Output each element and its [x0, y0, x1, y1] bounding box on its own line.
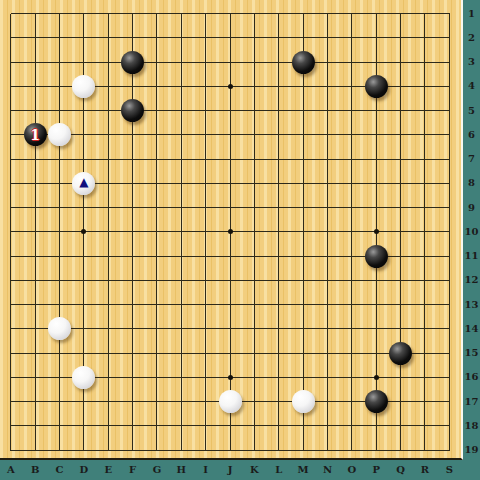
coord-letter-A: A — [1, 461, 21, 479]
star-point — [228, 375, 233, 380]
coord-number-7: 7 — [463, 151, 480, 167]
grid-line-vertical — [400, 14, 401, 452]
grid-line-horizontal — [11, 328, 450, 329]
black-stone-P11[interactable] — [365, 245, 388, 268]
coord-number-3: 3 — [463, 54, 480, 70]
coord-number-6: 6 — [463, 127, 480, 143]
black-stone-F3[interactable] — [121, 51, 144, 74]
coord-letter-C: C — [50, 461, 70, 479]
coord-letter-Q: Q — [391, 461, 411, 479]
coord-number-14: 14 — [463, 321, 480, 337]
coord-letter-P: P — [366, 461, 386, 479]
coord-letter-M: M — [293, 461, 313, 479]
coord-letter-O: O — [342, 461, 362, 479]
coord-letter-B: B — [25, 461, 45, 479]
coord-number-15: 15 — [463, 345, 480, 361]
grid-line-vertical — [156, 14, 157, 452]
grid-line-vertical — [10, 14, 11, 452]
coord-letter-D: D — [74, 461, 94, 479]
star-point — [228, 229, 233, 234]
coord-number-5: 5 — [463, 103, 480, 119]
grid-line-horizontal — [11, 110, 450, 111]
coord-number-2: 2 — [463, 30, 480, 46]
coord-letter-F: F — [123, 461, 143, 479]
grid-line-vertical — [278, 14, 279, 452]
grid-line-vertical — [108, 14, 109, 452]
grid-line-horizontal — [11, 159, 450, 160]
coord-letter-N: N — [317, 461, 337, 479]
coord-letter-G: G — [147, 461, 167, 479]
coord-number-16: 16 — [463, 369, 480, 385]
grid-line-vertical — [303, 14, 304, 452]
coord-number-18: 18 — [463, 418, 480, 434]
grid-line-horizontal — [11, 134, 450, 135]
coord-number-10: 10 — [463, 224, 480, 240]
coord-number-8: 8 — [463, 175, 480, 191]
goban: 1▲ — [0, 0, 463, 460]
coord-number-13: 13 — [463, 297, 480, 313]
grid-line-vertical — [181, 14, 182, 452]
black-stone-P17[interactable] — [365, 390, 388, 413]
black-stone-P4[interactable] — [365, 75, 388, 98]
star-point — [228, 84, 233, 89]
grid-line-horizontal — [11, 304, 450, 305]
go-board-frame: 1▲ ABCDEFGHIJKLMNOPQRS 12345678910111213… — [0, 0, 480, 480]
coord-letter-E: E — [98, 461, 118, 479]
grid-line-horizontal — [11, 37, 450, 38]
black-stone-Q15[interactable] — [389, 342, 412, 365]
grid-line-vertical — [205, 14, 206, 452]
grid-line-horizontal — [11, 62, 450, 63]
grid-line-vertical — [449, 14, 450, 452]
coord-number-4: 4 — [463, 78, 480, 94]
grid-line-vertical — [254, 14, 255, 452]
star-point — [374, 375, 379, 380]
move-number-label: 1 — [30, 128, 40, 142]
coord-number-1: 1 — [463, 6, 480, 22]
coord-number-19: 19 — [463, 442, 480, 458]
coord-letter-S: S — [439, 461, 459, 479]
grid-line-horizontal — [11, 450, 450, 451]
coord-letter-K: K — [244, 461, 264, 479]
grid-line-horizontal — [11, 207, 450, 208]
grid-line-vertical — [424, 14, 425, 452]
coord-letter-J: J — [220, 461, 240, 479]
coord-number-11: 11 — [463, 248, 480, 264]
coord-letter-L: L — [269, 461, 289, 479]
grid-line-horizontal — [11, 353, 450, 354]
coord-letter-H: H — [171, 461, 191, 479]
triangle-marker: ▲ — [79, 176, 88, 188]
grid-line-vertical — [35, 14, 36, 452]
grid-line-horizontal — [11, 425, 450, 426]
grid-line-horizontal — [11, 280, 450, 281]
black-stone-M3[interactable] — [292, 51, 315, 74]
grid-line-horizontal — [11, 13, 450, 14]
white-stone-J17[interactable] — [219, 390, 242, 413]
grid-line-vertical — [351, 14, 352, 452]
grid-line-vertical — [132, 14, 133, 452]
grid-line-vertical — [59, 14, 60, 452]
coord-number-12: 12 — [463, 272, 480, 288]
black-stone-B6[interactable]: 1 — [24, 123, 47, 146]
coord-number-17: 17 — [463, 394, 480, 410]
coord-letter-R: R — [415, 461, 435, 479]
coord-letter-I: I — [196, 461, 216, 479]
grid-line-vertical — [327, 14, 328, 452]
white-stone-M17[interactable] — [292, 390, 315, 413]
coord-number-9: 9 — [463, 200, 480, 216]
